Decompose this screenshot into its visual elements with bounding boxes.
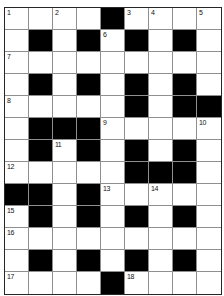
crossword-cell[interactable]: 17 — [5, 272, 29, 294]
crossword-cell[interactable] — [149, 74, 173, 96]
crossword-cell[interactable] — [149, 140, 173, 162]
crossword-cell[interactable] — [101, 162, 125, 184]
crossword-cell[interactable] — [53, 30, 77, 52]
crossword-cell[interactable] — [77, 52, 101, 74]
crossword-cell[interactable] — [29, 52, 53, 74]
blocked-cell — [77, 140, 101, 162]
crossword-cell[interactable] — [125, 52, 149, 74]
crossword-cell[interactable] — [197, 250, 221, 272]
crossword-cell[interactable] — [5, 118, 29, 140]
crossword-cell[interactable] — [77, 272, 101, 294]
crossword-cell[interactable] — [29, 96, 53, 118]
blocked-cell — [29, 250, 53, 272]
clue-number: 12 — [7, 163, 14, 170]
blocked-cell — [29, 206, 53, 228]
clue-number: 3 — [127, 9, 130, 16]
clue-number: 13 — [103, 185, 110, 192]
blocked-cell — [29, 140, 53, 162]
crossword-cell[interactable]: 9 — [101, 118, 125, 140]
crossword-cell[interactable]: 6 — [101, 30, 125, 52]
blocked-cell — [29, 74, 53, 96]
blocked-cell — [77, 250, 101, 272]
blocked-cell — [125, 96, 149, 118]
clue-number: 7 — [7, 53, 10, 60]
crossword-cell[interactable] — [53, 162, 77, 184]
crossword-cell[interactable]: 18 — [125, 272, 149, 294]
crossword-cell[interactable] — [53, 184, 77, 206]
clue-number: 2 — [55, 9, 58, 16]
blocked-cell — [53, 118, 77, 140]
crossword-cell[interactable] — [53, 228, 77, 250]
crossword-cell[interactable] — [77, 8, 101, 30]
crossword-cell[interactable] — [197, 74, 221, 96]
crossword-cell[interactable]: 15 — [5, 206, 29, 228]
crossword-page: 123456789101112131415161718 — [0, 0, 224, 296]
clue-number: 15 — [7, 207, 14, 214]
crossword-cell[interactable] — [173, 272, 197, 294]
crossword-cell[interactable] — [77, 96, 101, 118]
blocked-cell — [125, 250, 149, 272]
crossword-cell[interactable] — [101, 250, 125, 272]
crossword-cell[interactable] — [197, 162, 221, 184]
blocked-cell — [149, 162, 173, 184]
crossword-cell[interactable]: 4 — [149, 8, 173, 30]
crossword-cell[interactable]: 8 — [5, 96, 29, 118]
crossword-cell[interactable]: 7 — [5, 52, 29, 74]
crossword-cell[interactable] — [125, 118, 149, 140]
crossword-cell[interactable]: 5 — [197, 8, 221, 30]
crossword-cell[interactable] — [29, 228, 53, 250]
blocked-cell — [5, 184, 29, 206]
blocked-cell — [125, 74, 149, 96]
blocked-cell — [125, 140, 149, 162]
crossword-cell[interactable]: 1 — [5, 8, 29, 30]
blocked-cell — [29, 118, 53, 140]
crossword-cell[interactable] — [5, 30, 29, 52]
clue-number: 1 — [7, 9, 10, 16]
crossword-cell[interactable] — [29, 162, 53, 184]
crossword-cell[interactable] — [173, 8, 197, 30]
blocked-cell — [29, 30, 53, 52]
clue-number: 5 — [199, 9, 202, 16]
blocked-cell — [125, 162, 149, 184]
crossword-cell[interactable]: 10 — [197, 118, 221, 140]
blocked-cell — [77, 206, 101, 228]
blocked-cell — [173, 162, 197, 184]
blocked-cell — [125, 30, 149, 52]
crossword-cell[interactable] — [101, 96, 125, 118]
crossword-cell[interactable]: 2 — [53, 8, 77, 30]
crossword-cell[interactable] — [77, 162, 101, 184]
crossword-cell[interactable] — [5, 74, 29, 96]
blocked-cell — [101, 272, 125, 294]
clue-number: 9 — [103, 119, 106, 126]
crossword-cell[interactable] — [173, 228, 197, 250]
crossword-cell[interactable] — [149, 250, 173, 272]
crossword-cell[interactable] — [197, 30, 221, 52]
crossword-cell[interactable]: 3 — [125, 8, 149, 30]
crossword-cell[interactable] — [5, 250, 29, 272]
crossword-cell[interactable] — [77, 228, 101, 250]
crossword-cell[interactable] — [149, 206, 173, 228]
crossword-cell[interactable] — [197, 228, 221, 250]
crossword-cell[interactable] — [125, 184, 149, 206]
crossword-cell[interactable] — [197, 140, 221, 162]
crossword-cell[interactable] — [173, 184, 197, 206]
blocked-cell — [173, 250, 197, 272]
clue-number: 8 — [7, 97, 10, 104]
crossword-cell[interactable] — [101, 206, 125, 228]
crossword-cell[interactable] — [197, 272, 221, 294]
blocked-cell — [125, 206, 149, 228]
blocked-cell — [173, 74, 197, 96]
blocked-cell — [77, 30, 101, 52]
crossword-cell[interactable] — [149, 52, 173, 74]
crossword-cell[interactable] — [149, 228, 173, 250]
clue-number: 4 — [151, 9, 154, 16]
clue-number: 11 — [55, 141, 61, 148]
clue-number: 16 — [7, 229, 14, 236]
blocked-cell — [173, 96, 197, 118]
crossword-cell[interactable] — [149, 96, 173, 118]
crossword-cell[interactable]: 13 — [101, 184, 125, 206]
clue-number: 17 — [7, 273, 14, 280]
crossword-cell[interactable] — [125, 228, 149, 250]
crossword-cell[interactable] — [173, 118, 197, 140]
crossword-cell[interactable]: 11 — [53, 140, 77, 162]
crossword-cell[interactable] — [149, 272, 173, 294]
clue-number: 14 — [151, 185, 158, 192]
clue-number: 18 — [127, 273, 134, 280]
crossword-cell[interactable] — [53, 96, 77, 118]
crossword-cell[interactable] — [5, 140, 29, 162]
crossword-cell[interactable] — [29, 8, 53, 30]
crossword-cell[interactable] — [53, 272, 77, 294]
clue-number: 10 — [199, 119, 206, 126]
crossword-cell[interactable]: 16 — [5, 228, 29, 250]
crossword-cell[interactable] — [101, 228, 125, 250]
crossword-cell[interactable] — [149, 30, 173, 52]
crossword-grid: 123456789101112131415161718 — [4, 7, 222, 295]
crossword-cell[interactable] — [149, 118, 173, 140]
blocked-cell — [197, 96, 221, 118]
crossword-cell[interactable] — [173, 52, 197, 74]
blocked-cell — [101, 8, 125, 30]
crossword-cell[interactable]: 12 — [5, 162, 29, 184]
clue-number: 6 — [103, 31, 106, 38]
crossword-cell[interactable] — [197, 184, 221, 206]
crossword-cell[interactable] — [53, 74, 77, 96]
crossword-cell[interactable] — [101, 140, 125, 162]
crossword-cell[interactable] — [101, 74, 125, 96]
crossword-cell[interactable] — [53, 206, 77, 228]
crossword-cell[interactable] — [29, 272, 53, 294]
crossword-cell[interactable] — [197, 52, 221, 74]
crossword-cell[interactable] — [101, 52, 125, 74]
blocked-cell — [173, 206, 197, 228]
blocked-cell — [173, 30, 197, 52]
blocked-cell — [77, 74, 101, 96]
blocked-cell — [77, 184, 101, 206]
blocked-cell — [173, 140, 197, 162]
crossword-cell[interactable]: 14 — [149, 184, 173, 206]
crossword-cell[interactable] — [53, 52, 77, 74]
crossword-cell[interactable] — [197, 206, 221, 228]
crossword-cell[interactable] — [53, 250, 77, 272]
blocked-cell — [29, 184, 53, 206]
blocked-cell — [77, 118, 101, 140]
